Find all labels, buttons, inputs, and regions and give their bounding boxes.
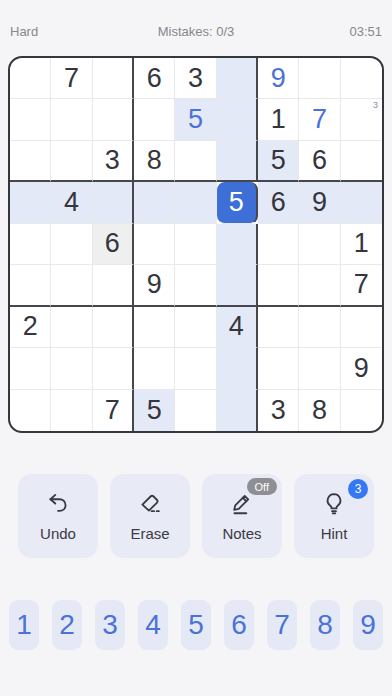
cell-r1c4[interactable]: 6 xyxy=(134,58,175,99)
cell-value: 9 xyxy=(312,189,327,216)
cell-value: 6 xyxy=(147,65,162,92)
cell-r3c6[interactable] xyxy=(217,141,258,182)
cell-value: 2 xyxy=(23,313,38,340)
numpad-key-8[interactable]: 8 xyxy=(310,600,340,650)
cell-r2c3[interactable] xyxy=(93,99,134,140)
cell-r4c9[interactable] xyxy=(341,182,382,223)
numpad-key-1[interactable]: 1 xyxy=(9,600,39,650)
cell-r3c5[interactable] xyxy=(175,141,216,182)
hint-count-badge: 3 xyxy=(348,479,368,499)
cell-value: 6 xyxy=(105,230,120,257)
cell-value: 5 xyxy=(229,189,244,216)
cell-r6c3[interactable] xyxy=(93,265,134,306)
cell-value: 7 xyxy=(64,65,79,92)
cell-r1c8[interactable] xyxy=(299,58,340,99)
cell-value: 3 xyxy=(105,147,120,174)
cell-r2c6[interactable] xyxy=(217,99,258,140)
cell-r1c7[interactable]: 9 xyxy=(258,58,299,99)
cell-r9c2[interactable] xyxy=(51,390,92,431)
cell-r5c5[interactable] xyxy=(175,224,216,265)
cell-r5c2[interactable] xyxy=(51,224,92,265)
cell-r7c9[interactable] xyxy=(341,307,382,348)
cell-value: 1 xyxy=(271,106,286,133)
cell-r7c4[interactable] xyxy=(134,307,175,348)
number-pad: 123456789 xyxy=(9,600,383,650)
hint-label: Hint xyxy=(321,525,348,542)
hint-button[interactable]: Hint 3 xyxy=(294,474,374,558)
cell-value: 9 xyxy=(354,355,369,382)
cell-r7c5[interactable] xyxy=(175,307,216,348)
cell-value: 5 xyxy=(188,106,203,133)
cell-r8c1[interactable] xyxy=(10,348,51,389)
cell-value: 8 xyxy=(147,147,162,174)
notes-state-badge: Off xyxy=(247,478,277,495)
cell-r9c1[interactable] xyxy=(10,390,51,431)
cell-r1c3[interactable] xyxy=(93,58,134,99)
cell-value: 9 xyxy=(147,271,162,298)
cell-r1c6[interactable] xyxy=(217,58,258,99)
cell-r8c2[interactable] xyxy=(51,348,92,389)
cell-r9c5[interactable] xyxy=(175,390,216,431)
cell-value: 3 xyxy=(271,397,286,424)
cell-r7c8[interactable] xyxy=(299,307,340,348)
cell-r2c5[interactable]: 5 xyxy=(175,99,216,140)
cell-r9c8[interactable]: 8 xyxy=(299,390,340,431)
cell-r7c3[interactable] xyxy=(93,307,134,348)
cell-r3c4[interactable]: 8 xyxy=(134,141,175,182)
cell-r2c4[interactable] xyxy=(134,99,175,140)
cell-r4c2[interactable]: 4 xyxy=(51,182,92,223)
cell-r8c9[interactable]: 9 xyxy=(341,348,382,389)
cell-value: 6 xyxy=(271,189,286,216)
numpad-key-9[interactable]: 9 xyxy=(353,600,383,650)
timer: 03:51 xyxy=(349,24,382,39)
cell-r2c8[interactable]: 7 xyxy=(299,99,340,140)
cell-r6c4[interactable]: 9 xyxy=(134,265,175,306)
cell-r5c7[interactable] xyxy=(258,224,299,265)
mistakes-counter: Mistakes: 0/3 xyxy=(158,24,235,39)
cell-value: 7 xyxy=(105,397,120,424)
erase-button[interactable]: Erase xyxy=(110,474,190,558)
cell-r3c8[interactable]: 6 xyxy=(299,141,340,182)
cell-r1c9[interactable] xyxy=(341,58,382,99)
cell-r4c6[interactable]: 5 xyxy=(217,182,258,223)
cell-r3c2[interactable] xyxy=(51,141,92,182)
undo-icon xyxy=(45,490,71,516)
cell-r5c4[interactable] xyxy=(134,224,175,265)
cell-r9c4[interactable]: 5 xyxy=(134,390,175,431)
pencil-note: 3 xyxy=(373,101,378,110)
cell-value: 6 xyxy=(312,147,327,174)
cell-r5c3[interactable]: 6 xyxy=(93,224,134,265)
cell-r6c2[interactable] xyxy=(51,265,92,306)
cell-r8c3[interactable] xyxy=(93,348,134,389)
cell-r6c9[interactable]: 7 xyxy=(341,265,382,306)
numpad-key-7[interactable]: 7 xyxy=(267,600,297,650)
cell-value: 4 xyxy=(64,189,79,216)
cell-value: 7 xyxy=(312,106,327,133)
cell-r5c1[interactable] xyxy=(10,224,51,265)
cell-r1c5[interactable]: 3 xyxy=(175,58,216,99)
cell-r5c8[interactable] xyxy=(299,224,340,265)
cell-r8c6[interactable] xyxy=(217,348,258,389)
cell-r8c5[interactable] xyxy=(175,348,216,389)
cell-r3c3[interactable]: 3 xyxy=(93,141,134,182)
cell-r3c1[interactable] xyxy=(10,141,51,182)
cell-r9c3[interactable]: 7 xyxy=(93,390,134,431)
cell-r1c2[interactable]: 7 xyxy=(51,58,92,99)
cell-r4c1[interactable] xyxy=(10,182,51,223)
cell-r4c3[interactable] xyxy=(93,182,134,223)
cell-r6c5[interactable] xyxy=(175,265,216,306)
cell-r6c7[interactable] xyxy=(258,265,299,306)
cell-r7c7[interactable] xyxy=(258,307,299,348)
notes-label: Notes xyxy=(222,525,261,542)
cell-r6c1[interactable] xyxy=(10,265,51,306)
cell-r7c1[interactable]: 2 xyxy=(10,307,51,348)
lightbulb-icon xyxy=(321,490,347,516)
cell-r2c7[interactable]: 1 xyxy=(258,99,299,140)
numpad-key-4[interactable]: 4 xyxy=(138,600,168,650)
notes-button[interactable]: Notes Off xyxy=(202,474,282,558)
difficulty-label: Hard xyxy=(10,24,38,39)
cell-r3c7[interactable]: 5 xyxy=(258,141,299,182)
numpad-key-3[interactable]: 3 xyxy=(95,600,125,650)
cell-r4c5[interactable] xyxy=(175,182,216,223)
cell-r4c7[interactable]: 6 xyxy=(258,182,299,223)
undo-button[interactable]: Undo xyxy=(18,474,98,558)
cell-r9c7[interactable]: 3 xyxy=(258,390,299,431)
cell-r2c9[interactable]: 3 xyxy=(341,99,382,140)
cell-r2c2[interactable] xyxy=(51,99,92,140)
cell-value: 4 xyxy=(229,313,244,340)
cell-r8c8[interactable] xyxy=(299,348,340,389)
cell-r4c8[interactable]: 9 xyxy=(299,182,340,223)
cell-r9c9[interactable] xyxy=(341,390,382,431)
cell-value: 9 xyxy=(271,65,286,92)
cell-r5c6[interactable] xyxy=(217,224,258,265)
cell-value: 1 xyxy=(354,230,369,257)
cell-r2c1[interactable] xyxy=(10,99,51,140)
cell-value: 3 xyxy=(188,65,203,92)
cell-r8c4[interactable] xyxy=(134,348,175,389)
cell-r7c2[interactable] xyxy=(51,307,92,348)
cell-r8c7[interactable] xyxy=(258,348,299,389)
cell-r6c8[interactable] xyxy=(299,265,340,306)
erase-label: Erase xyxy=(130,525,169,542)
numpad-key-2[interactable]: 2 xyxy=(52,600,82,650)
eraser-icon xyxy=(137,490,163,516)
cell-r3c9[interactable] xyxy=(341,141,382,182)
cell-value: 8 xyxy=(312,397,327,424)
cell-value: 7 xyxy=(354,271,369,298)
sudoku-board[interactable]: 763951733856456961972497538 xyxy=(8,56,384,433)
cell-r1c1[interactable] xyxy=(10,58,51,99)
cell-r7c6[interactable]: 4 xyxy=(217,307,258,348)
cell-value: 5 xyxy=(147,397,162,424)
cell-r5c9[interactable]: 1 xyxy=(341,224,382,265)
numpad-key-6[interactable]: 6 xyxy=(224,600,254,650)
numpad-key-5[interactable]: 5 xyxy=(181,600,211,650)
cell-value: 5 xyxy=(271,147,286,174)
undo-label: Undo xyxy=(40,525,76,542)
cell-r9c6[interactable] xyxy=(217,390,258,431)
cell-r6c6[interactable] xyxy=(217,265,258,306)
top-bar: Hard Mistakes: 0/3 03:51 xyxy=(0,22,392,40)
cell-r4c4[interactable] xyxy=(134,182,175,223)
